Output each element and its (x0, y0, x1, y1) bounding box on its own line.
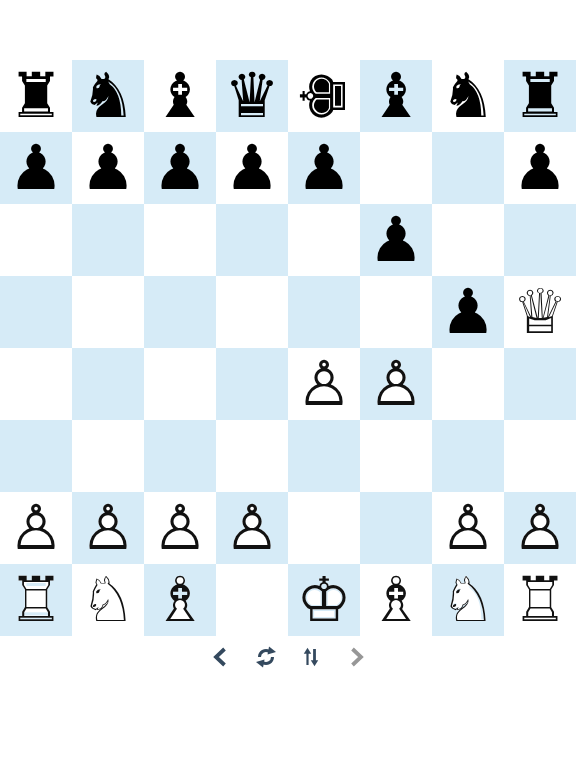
square-h1[interactable]: ♜♖ (504, 564, 576, 636)
square-f1[interactable]: ♝♗ (360, 564, 432, 636)
square-d5[interactable] (216, 276, 288, 348)
chevron-right-icon (344, 645, 368, 669)
piece-glyph-outline: ♘ (72, 564, 144, 636)
square-h6[interactable] (504, 204, 576, 276)
white-pawn-d2[interactable]: ♟♙ (216, 492, 288, 564)
black-pawn-b7[interactable]: ♟ (72, 132, 144, 204)
piece-glyph: ♟ (216, 132, 288, 204)
square-b7[interactable]: ♟ (72, 132, 144, 204)
square-a5[interactable] (0, 276, 72, 348)
piece-glyph-outline: ♗ (360, 564, 432, 636)
square-a7[interactable]: ♟ (0, 132, 72, 204)
black-pawn-d7[interactable]: ♟ (216, 132, 288, 204)
piece-glyph-outline: ♙ (504, 492, 576, 564)
square-c4[interactable] (144, 348, 216, 420)
square-c6[interactable] (144, 204, 216, 276)
square-e3[interactable] (288, 420, 360, 492)
piece-glyph-outline: ♙ (0, 492, 72, 564)
white-bishop-c1[interactable]: ♝♗ (144, 564, 216, 636)
square-a2[interactable]: ♟♙ (0, 492, 72, 564)
square-d3[interactable] (216, 420, 288, 492)
piece-glyph-outline: ♕ (504, 276, 576, 348)
square-f2[interactable] (360, 492, 432, 564)
piece-glyph-outline: ♗ (144, 564, 216, 636)
black-king-e8-fallen[interactable]: ♚ (288, 60, 360, 132)
square-a8[interactable]: ♜ (0, 60, 72, 132)
piece-glyph: ♟ (0, 132, 72, 204)
square-h5[interactable]: ♛♕ (504, 276, 576, 348)
white-queen-h5[interactable]: ♛♕ (504, 276, 576, 348)
square-a6[interactable] (0, 204, 72, 276)
square-e1[interactable]: ♚♔ (288, 564, 360, 636)
refresh-icon (254, 645, 278, 669)
square-h4[interactable] (504, 348, 576, 420)
square-e7[interactable]: ♟ (288, 132, 360, 204)
white-pawn-f4[interactable]: ♟♙ (360, 348, 432, 420)
piece-glyph-outline: ♘ (432, 564, 504, 636)
square-d6[interactable] (216, 204, 288, 276)
square-e8[interactable]: ♚ (288, 60, 360, 132)
white-rook-a1[interactable]: ♜♖ (0, 564, 72, 636)
up-down-arrows-icon (299, 645, 323, 669)
black-pawn-f6[interactable]: ♟ (360, 204, 432, 276)
white-pawn-e4[interactable]: ♟♙ (288, 348, 360, 420)
square-c5[interactable] (144, 276, 216, 348)
square-c7[interactable]: ♟ (144, 132, 216, 204)
square-d2[interactable]: ♟♙ (216, 492, 288, 564)
square-f6[interactable]: ♟ (360, 204, 432, 276)
square-g4[interactable] (432, 348, 504, 420)
square-h7[interactable]: ♟ (504, 132, 576, 204)
square-c1[interactable]: ♝♗ (144, 564, 216, 636)
square-c3[interactable] (144, 420, 216, 492)
piece-glyph: ♟ (432, 276, 504, 348)
piece-glyph: ♜ (0, 60, 72, 132)
square-b6[interactable] (72, 204, 144, 276)
white-knight-g1[interactable]: ♞♘ (432, 564, 504, 636)
black-bishop-f8[interactable]: ♝ (360, 60, 432, 132)
square-g7[interactable] (432, 132, 504, 204)
square-e5[interactable] (288, 276, 360, 348)
piece-glyph-outline: ♙ (72, 492, 144, 564)
square-f5[interactable] (360, 276, 432, 348)
piece-glyph: ♚ (288, 60, 360, 132)
black-knight-g8[interactable]: ♞ (432, 60, 504, 132)
square-f8[interactable]: ♝ (360, 60, 432, 132)
square-c2[interactable]: ♟♙ (144, 492, 216, 564)
piece-glyph: ♟ (360, 204, 432, 276)
black-rook-a8[interactable]: ♜ (0, 60, 72, 132)
square-g3[interactable] (432, 420, 504, 492)
piece-glyph: ♟ (288, 132, 360, 204)
square-d1[interactable] (216, 564, 288, 636)
square-g8[interactable]: ♞ (432, 60, 504, 132)
black-pawn-a7[interactable]: ♟ (0, 132, 72, 204)
black-pawn-c7[interactable]: ♟ (144, 132, 216, 204)
chess-app: ♜♞♝♛♚♝♞♜♟♟♟♟♟♟♟♟♛♕♟♙♟♙♟♙♟♙♟♙♟♙♟♙♟♙♜♖♞♘♝♗… (0, 0, 576, 768)
square-b2[interactable]: ♟♙ (72, 492, 144, 564)
flip-board-button[interactable] (299, 645, 323, 669)
restart-button[interactable] (254, 645, 278, 669)
square-e2[interactable] (288, 492, 360, 564)
piece-glyph: ♛ (216, 60, 288, 132)
white-pawn-a2[interactable]: ♟♙ (0, 492, 72, 564)
piece-glyph: ♞ (432, 60, 504, 132)
square-f7[interactable] (360, 132, 432, 204)
square-b1[interactable]: ♞♘ (72, 564, 144, 636)
white-pawn-b2[interactable]: ♟♙ (72, 492, 144, 564)
white-king-e1[interactable]: ♚♔ (288, 564, 360, 636)
piece-glyph: ♟ (504, 132, 576, 204)
move-controls (0, 644, 576, 670)
forward-button[interactable] (344, 645, 368, 669)
chevron-left-icon (209, 645, 233, 669)
square-d4[interactable] (216, 348, 288, 420)
square-h8[interactable]: ♜ (504, 60, 576, 132)
piece-glyph: ♞ (72, 60, 144, 132)
piece-glyph-outline: ♙ (360, 348, 432, 420)
black-rook-h8[interactable]: ♜ (504, 60, 576, 132)
white-bishop-f1[interactable]: ♝♗ (360, 564, 432, 636)
square-f4[interactable]: ♟♙ (360, 348, 432, 420)
square-a1[interactable]: ♜♖ (0, 564, 72, 636)
piece-glyph-outline: ♙ (144, 492, 216, 564)
piece-glyph-outline: ♙ (432, 492, 504, 564)
square-e4[interactable]: ♟♙ (288, 348, 360, 420)
chess-board: ♜♞♝♛♚♝♞♜♟♟♟♟♟♟♟♟♛♕♟♙♟♙♟♙♟♙♟♙♟♙♟♙♟♙♜♖♞♘♝♗… (0, 60, 576, 636)
square-a4[interactable] (0, 348, 72, 420)
square-a3[interactable] (0, 420, 72, 492)
piece-glyph-outline: ♔ (288, 564, 360, 636)
black-bishop-c8[interactable]: ♝ (144, 60, 216, 132)
black-pawn-h7[interactable]: ♟ (504, 132, 576, 204)
piece-glyph: ♟ (144, 132, 216, 204)
square-g5[interactable]: ♟ (432, 276, 504, 348)
square-b4[interactable] (72, 348, 144, 420)
piece-glyph-outline: ♙ (216, 492, 288, 564)
square-b5[interactable] (72, 276, 144, 348)
square-d8[interactable]: ♛ (216, 60, 288, 132)
square-e6[interactable] (288, 204, 360, 276)
white-knight-b1[interactable]: ♞♘ (72, 564, 144, 636)
square-g2[interactable]: ♟♙ (432, 492, 504, 564)
square-h2[interactable]: ♟♙ (504, 492, 576, 564)
back-button[interactable] (209, 645, 233, 669)
white-rook-h1[interactable]: ♜♖ (504, 564, 576, 636)
black-pawn-g5[interactable]: ♟ (432, 276, 504, 348)
square-b3[interactable] (72, 420, 144, 492)
square-f3[interactable] (360, 420, 432, 492)
square-g1[interactable]: ♞♘ (432, 564, 504, 636)
square-b8[interactable]: ♞ (72, 60, 144, 132)
white-pawn-g2[interactable]: ♟♙ (432, 492, 504, 564)
black-queen-d8[interactable]: ♛ (216, 60, 288, 132)
piece-glyph-outline: ♖ (504, 564, 576, 636)
piece-glyph-outline: ♖ (0, 564, 72, 636)
black-knight-b8[interactable]: ♞ (72, 60, 144, 132)
square-h3[interactable] (504, 420, 576, 492)
square-d7[interactable]: ♟ (216, 132, 288, 204)
white-pawn-c2[interactable]: ♟♙ (144, 492, 216, 564)
piece-glyph: ♝ (144, 60, 216, 132)
square-g6[interactable] (432, 204, 504, 276)
piece-glyph: ♟ (72, 132, 144, 204)
piece-glyph-outline: ♙ (288, 348, 360, 420)
black-pawn-e7[interactable]: ♟ (288, 132, 360, 204)
piece-glyph: ♜ (504, 60, 576, 132)
piece-glyph: ♝ (360, 60, 432, 132)
square-c8[interactable]: ♝ (144, 60, 216, 132)
white-pawn-h2[interactable]: ♟♙ (504, 492, 576, 564)
